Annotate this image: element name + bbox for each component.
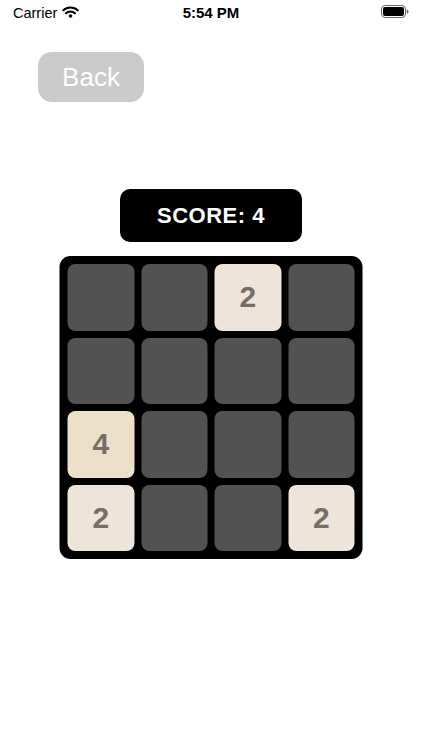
carrier-label: Carrier <box>13 5 57 21</box>
tile-2: 2 <box>68 485 135 552</box>
empty-cell <box>288 411 355 478</box>
tile-2: 2 <box>288 485 355 552</box>
score-label: SCORE: 4 <box>157 203 265 229</box>
tile-2: 2 <box>215 264 282 331</box>
wifi-icon <box>62 5 79 21</box>
empty-cell <box>288 338 355 405</box>
empty-cell <box>141 485 208 552</box>
status-bar: Carrier 5:54 PM <box>0 0 422 24</box>
empty-cell <box>68 264 135 331</box>
back-button-label: Back <box>62 62 120 93</box>
tile-4: 4 <box>68 411 135 478</box>
back-button[interactable]: Back <box>38 52 144 102</box>
empty-cell <box>215 338 282 405</box>
empty-cell <box>141 411 208 478</box>
clock: 5:54 PM <box>183 4 240 21</box>
empty-cell <box>215 411 282 478</box>
empty-cell <box>215 485 282 552</box>
battery-icon <box>381 5 409 21</box>
score-badge: SCORE: 4 <box>120 189 302 242</box>
board-grid[interactable]: 2422 <box>60 256 363 559</box>
empty-cell <box>68 338 135 405</box>
empty-cell <box>141 338 208 405</box>
empty-cell <box>288 264 355 331</box>
empty-cell <box>141 264 208 331</box>
carrier-group: Carrier <box>13 5 79 21</box>
